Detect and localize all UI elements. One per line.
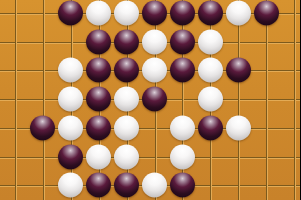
intersection-r2-c1[interactable] xyxy=(29,56,56,84)
intersection-r6-c3 xyxy=(85,171,112,199)
intersection-r0-c2 xyxy=(57,0,84,27)
black-stone xyxy=(254,1,279,26)
white-stone xyxy=(198,29,223,54)
intersection-r1-c7 xyxy=(197,28,224,56)
intersection-r5-c0[interactable] xyxy=(2,143,29,171)
intersection-r5-c2 xyxy=(57,143,84,171)
white-stone xyxy=(114,115,139,140)
intersection-r6-c5 xyxy=(141,171,168,199)
intersection-r5-c3 xyxy=(85,143,112,171)
intersection-r1-c8[interactable] xyxy=(225,28,252,56)
black-stone xyxy=(142,1,167,26)
white-stone xyxy=(114,144,139,169)
intersection-r5-c7[interactable] xyxy=(197,143,224,171)
intersection-r3-c6[interactable] xyxy=(169,85,196,113)
intersection-r5-c6 xyxy=(169,143,196,171)
black-stone xyxy=(170,58,195,83)
black-stone xyxy=(30,115,55,140)
intersection-r1-c6 xyxy=(169,28,196,56)
intersection-r6-c2 xyxy=(57,171,84,199)
white-stone xyxy=(198,58,223,83)
black-stone xyxy=(86,29,111,54)
intersection-r2-c4 xyxy=(113,56,140,84)
black-stone xyxy=(114,29,139,54)
intersection-r6-c4 xyxy=(113,171,140,199)
white-stone xyxy=(142,173,167,198)
intersection-r3-c1[interactable] xyxy=(29,85,56,113)
white-stone xyxy=(86,144,111,169)
black-stone xyxy=(170,173,195,198)
white-stone xyxy=(198,87,223,112)
white-stone xyxy=(114,1,139,26)
intersection-r4-c1 xyxy=(29,114,56,142)
black-stone xyxy=(142,87,167,112)
intersection-r0-c1[interactable] xyxy=(29,0,56,27)
intersection-r3-c0[interactable] xyxy=(2,85,29,113)
intersection-r1-c9[interactable] xyxy=(253,28,280,56)
intersection-r4-c6 xyxy=(169,114,196,142)
intersection-r0-c6 xyxy=(169,0,196,27)
black-stone xyxy=(114,58,139,83)
intersection-r6-c7[interactable] xyxy=(197,171,224,199)
intersection-r4-c0[interactable] xyxy=(2,114,29,142)
black-stone xyxy=(198,1,223,26)
intersection-r4-c7 xyxy=(197,114,224,142)
white-stone xyxy=(142,58,167,83)
intersection-r4-c3 xyxy=(85,114,112,142)
black-stone xyxy=(86,173,111,198)
black-stone xyxy=(198,115,223,140)
intersection-r1-c2[interactable] xyxy=(57,28,84,56)
intersection-r6-c0[interactable] xyxy=(2,171,29,199)
intersection-r3-c5 xyxy=(141,85,168,113)
black-stone xyxy=(86,115,111,140)
white-stone xyxy=(226,115,251,140)
intersection-r3-c7 xyxy=(197,85,224,113)
black-stone xyxy=(58,1,83,26)
intersection-r1-c4 xyxy=(113,28,140,56)
intersection-r6-c10[interactable] xyxy=(281,171,301,199)
black-stone xyxy=(170,29,195,54)
intersection-r1-c5 xyxy=(141,28,168,56)
black-stone xyxy=(58,144,83,169)
black-stone xyxy=(86,58,111,83)
intersection-r0-c10[interactable] xyxy=(281,0,301,27)
intersection-r4-c2 xyxy=(57,114,84,142)
intersection-r2-c3 xyxy=(85,56,112,84)
white-stone xyxy=(226,1,251,26)
intersection-r3-c4 xyxy=(113,85,140,113)
black-stone xyxy=(114,173,139,198)
white-stone xyxy=(58,58,83,83)
intersection-r0-c9 xyxy=(253,0,280,27)
intersection-r2-c2 xyxy=(57,56,84,84)
intersection-r4-c8 xyxy=(225,114,252,142)
intersection-r5-c8[interactable] xyxy=(225,143,252,171)
intersection-r4-c5[interactable] xyxy=(141,114,168,142)
intersection-r0-c4 xyxy=(113,0,140,27)
white-stone xyxy=(170,115,195,140)
black-stone xyxy=(226,58,251,83)
intersection-r1-c3 xyxy=(85,28,112,56)
intersection-r1-c10[interactable] xyxy=(281,28,301,56)
intersection-r6-c1[interactable] xyxy=(29,171,56,199)
intersection-r5-c5[interactable] xyxy=(141,143,168,171)
white-stone xyxy=(170,144,195,169)
intersection-r3-c2 xyxy=(57,85,84,113)
white-stone xyxy=(58,87,83,112)
intersection-r2-c7 xyxy=(197,56,224,84)
intersection-r3-c3 xyxy=(85,85,112,113)
white-stone xyxy=(142,29,167,54)
intersection-r6-c8[interactable] xyxy=(225,171,252,199)
intersection-r4-c9[interactable] xyxy=(253,114,280,142)
intersection-r5-c9[interactable] xyxy=(253,143,280,171)
intersection-r3-c9[interactable] xyxy=(253,85,280,113)
intersection-r4-c4 xyxy=(113,114,140,142)
intersection-r5-c1[interactable] xyxy=(29,143,56,171)
intersection-r5-c10[interactable] xyxy=(281,143,301,171)
intersection-r6-c6 xyxy=(169,171,196,199)
intersection-r6-c9[interactable] xyxy=(253,171,280,199)
intersection-r0-c3 xyxy=(85,0,112,27)
black-stone xyxy=(86,87,111,112)
intersection-r1-c1[interactable] xyxy=(29,28,56,56)
intersection-r2-c8 xyxy=(225,56,252,84)
intersection-r3-c10[interactable] xyxy=(281,85,301,113)
intersection-r2-c6 xyxy=(169,56,196,84)
white-stone xyxy=(114,87,139,112)
intersection-r5-c4 xyxy=(113,143,140,171)
intersection-r1-c0[interactable] xyxy=(2,28,29,56)
intersection-r2-c0[interactable] xyxy=(2,56,29,84)
intersection-r2-c5 xyxy=(141,56,168,84)
white-stone xyxy=(58,115,83,140)
intersection-r4-c10[interactable] xyxy=(281,114,301,142)
intersection-r0-c0[interactable] xyxy=(2,0,29,27)
intersection-r2-c9[interactable] xyxy=(253,56,280,84)
intersection-r0-c8 xyxy=(225,0,252,27)
game-board[interactable] xyxy=(0,0,300,200)
intersection-r3-c8[interactable] xyxy=(225,85,252,113)
intersection-r2-c10[interactable] xyxy=(281,56,301,84)
white-stone xyxy=(58,173,83,198)
intersection-r0-c7 xyxy=(197,0,224,27)
intersection-r0-c5 xyxy=(141,0,168,27)
white-stone xyxy=(86,1,111,26)
black-stone xyxy=(170,1,195,26)
